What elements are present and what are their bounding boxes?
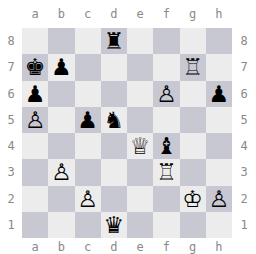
square-c1[interactable] bbox=[75, 212, 101, 238]
square-d8[interactable]: ♜ bbox=[101, 28, 127, 54]
square-h8[interactable] bbox=[206, 28, 232, 54]
square-c7[interactable] bbox=[75, 54, 101, 80]
rank-label-left-4: 4 bbox=[0, 133, 22, 159]
file-label-top-d: d bbox=[101, 0, 127, 28]
square-c6[interactable] bbox=[75, 81, 101, 107]
chess-board: abcdefgh8♜87♚♟♖76♟♙♟65♙♟♞54♕♝43♙♖32♙♔♙21… bbox=[0, 0, 256, 254]
black-pawn: ♟ bbox=[209, 81, 230, 107]
file-label-top-g: g bbox=[180, 0, 206, 28]
square-e1[interactable] bbox=[127, 212, 153, 238]
rank-label-left-3: 3 bbox=[0, 159, 22, 185]
file-label-top-a: a bbox=[22, 0, 48, 28]
file-label-bottom-f: f bbox=[153, 238, 179, 254]
square-b5[interactable] bbox=[48, 107, 74, 133]
black-queen: ♛ bbox=[104, 212, 125, 238]
file-label-top-f: f bbox=[153, 0, 179, 28]
square-b2[interactable] bbox=[48, 186, 74, 212]
rank-label-left-1: 1 bbox=[0, 212, 22, 238]
rank-label-left-6: 6 bbox=[0, 81, 22, 107]
black-bishop: ♝ bbox=[156, 133, 177, 159]
square-a1[interactable] bbox=[22, 212, 48, 238]
square-f5[interactable] bbox=[153, 107, 179, 133]
square-b3[interactable]: ♙ bbox=[48, 159, 74, 185]
rank-label-right-2: 2 bbox=[232, 186, 256, 212]
rank-label-left-2: 2 bbox=[0, 186, 22, 212]
rank-label-right-5: 5 bbox=[232, 107, 256, 133]
square-a3[interactable] bbox=[22, 159, 48, 185]
square-f1[interactable] bbox=[153, 212, 179, 238]
rank-label-right-4: 4 bbox=[232, 133, 256, 159]
rank-label-right-8: 8 bbox=[232, 28, 256, 54]
square-h4[interactable] bbox=[206, 133, 232, 159]
square-h3[interactable] bbox=[206, 159, 232, 185]
rank-label-left-7: 7 bbox=[0, 54, 22, 80]
white-pawn: ♙ bbox=[25, 107, 46, 133]
board-corner-spacer bbox=[0, 0, 22, 28]
file-label-bottom-c: c bbox=[75, 238, 101, 254]
square-g4[interactable] bbox=[180, 133, 206, 159]
square-g8[interactable] bbox=[180, 28, 206, 54]
square-g1[interactable] bbox=[180, 212, 206, 238]
square-d3[interactable] bbox=[101, 159, 127, 185]
board-corner-spacer bbox=[0, 238, 22, 254]
square-c5[interactable]: ♟ bbox=[75, 107, 101, 133]
file-label-bottom-e: e bbox=[127, 238, 153, 254]
square-g2[interactable]: ♔ bbox=[180, 186, 206, 212]
square-b4[interactable] bbox=[48, 133, 74, 159]
square-f7[interactable] bbox=[153, 54, 179, 80]
rank-label-right-1: 1 bbox=[232, 212, 256, 238]
white-rook: ♖ bbox=[156, 159, 177, 185]
board-corner-spacer bbox=[232, 238, 256, 254]
square-e4[interactable]: ♕ bbox=[127, 133, 153, 159]
square-h6[interactable]: ♟ bbox=[206, 81, 232, 107]
square-g6[interactable] bbox=[180, 81, 206, 107]
white-pawn: ♙ bbox=[209, 186, 230, 212]
square-c8[interactable] bbox=[75, 28, 101, 54]
file-label-top-b: b bbox=[48, 0, 74, 28]
white-rook: ♖ bbox=[182, 54, 203, 80]
square-a2[interactable] bbox=[22, 186, 48, 212]
square-a7[interactable]: ♚ bbox=[22, 54, 48, 80]
black-king: ♚ bbox=[25, 54, 46, 80]
square-d2[interactable] bbox=[101, 186, 127, 212]
square-b7[interactable]: ♟ bbox=[48, 54, 74, 80]
black-pawn: ♟ bbox=[25, 81, 46, 107]
white-pawn: ♙ bbox=[51, 159, 72, 185]
square-d4[interactable] bbox=[101, 133, 127, 159]
square-e2[interactable] bbox=[127, 186, 153, 212]
chess-diagram: abcdefgh8♜87♚♟♖76♟♙♟65♙♟♞54♕♝43♙♖32♙♔♙21… bbox=[0, 0, 256, 254]
square-a4[interactable] bbox=[22, 133, 48, 159]
file-label-bottom-a: a bbox=[22, 238, 48, 254]
square-c4[interactable] bbox=[75, 133, 101, 159]
board-corner-spacer bbox=[232, 0, 256, 28]
file-label-top-h: h bbox=[206, 0, 232, 28]
square-a6[interactable]: ♟ bbox=[22, 81, 48, 107]
square-b8[interactable] bbox=[48, 28, 74, 54]
rank-label-right-3: 3 bbox=[232, 159, 256, 185]
square-g3[interactable] bbox=[180, 159, 206, 185]
black-knight: ♞ bbox=[104, 107, 125, 133]
white-queen: ♕ bbox=[130, 133, 151, 159]
white-king: ♔ bbox=[182, 186, 203, 212]
square-f4[interactable]: ♝ bbox=[153, 133, 179, 159]
square-c2[interactable]: ♙ bbox=[75, 186, 101, 212]
rank-label-left-5: 5 bbox=[0, 107, 22, 133]
square-f3[interactable]: ♖ bbox=[153, 159, 179, 185]
square-h1[interactable] bbox=[206, 212, 232, 238]
square-e5[interactable] bbox=[127, 107, 153, 133]
square-f2[interactable] bbox=[153, 186, 179, 212]
white-pawn: ♙ bbox=[156, 81, 177, 107]
square-b6[interactable] bbox=[48, 81, 74, 107]
square-h7[interactable] bbox=[206, 54, 232, 80]
file-label-bottom-d: d bbox=[101, 238, 127, 254]
square-c3[interactable] bbox=[75, 159, 101, 185]
square-d1[interactable]: ♛ bbox=[101, 212, 127, 238]
square-g5[interactable] bbox=[180, 107, 206, 133]
rank-label-right-7: 7 bbox=[232, 54, 256, 80]
square-g7[interactable]: ♖ bbox=[180, 54, 206, 80]
square-a8[interactable] bbox=[22, 28, 48, 54]
square-a5[interactable]: ♙ bbox=[22, 107, 48, 133]
square-h2[interactable]: ♙ bbox=[206, 186, 232, 212]
white-pawn: ♙ bbox=[77, 186, 98, 212]
rank-label-left-8: 8 bbox=[0, 28, 22, 54]
rank-label-right-6: 6 bbox=[232, 81, 256, 107]
file-label-bottom-b: b bbox=[48, 238, 74, 254]
black-rook: ♜ bbox=[104, 28, 125, 54]
square-d7[interactable] bbox=[101, 54, 127, 80]
square-e3[interactable] bbox=[127, 159, 153, 185]
file-label-top-c: c bbox=[75, 0, 101, 28]
square-e8[interactable] bbox=[127, 28, 153, 54]
square-d5[interactable]: ♞ bbox=[101, 107, 127, 133]
square-e7[interactable] bbox=[127, 54, 153, 80]
file-label-top-e: e bbox=[127, 0, 153, 28]
square-f6[interactable]: ♙ bbox=[153, 81, 179, 107]
square-b1[interactable] bbox=[48, 212, 74, 238]
file-label-bottom-h: h bbox=[206, 238, 232, 254]
square-f8[interactable] bbox=[153, 28, 179, 54]
square-e6[interactable] bbox=[127, 81, 153, 107]
file-label-bottom-g: g bbox=[180, 238, 206, 254]
square-h5[interactable] bbox=[206, 107, 232, 133]
square-d6[interactable] bbox=[101, 81, 127, 107]
black-pawn: ♟ bbox=[77, 107, 98, 133]
black-pawn: ♟ bbox=[51, 54, 72, 80]
